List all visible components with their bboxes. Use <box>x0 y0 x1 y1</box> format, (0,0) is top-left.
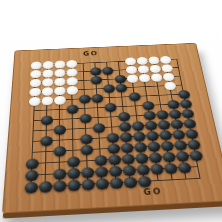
black-stone <box>163 162 177 173</box>
white-stone <box>149 64 161 72</box>
black-stone <box>177 90 190 99</box>
black-stone <box>132 131 145 141</box>
black-stone <box>94 155 107 166</box>
black-stone <box>67 156 80 167</box>
black-stone <box>66 104 78 114</box>
white-stone <box>66 86 78 95</box>
black-stone <box>181 109 194 119</box>
black-stone <box>123 176 137 188</box>
black-stone <box>137 175 151 187</box>
white-stone <box>54 60 65 68</box>
white-stone <box>29 87 41 96</box>
white-stone <box>148 56 160 64</box>
black-stone <box>188 150 202 161</box>
black-stone <box>177 162 192 173</box>
black-stone <box>94 166 107 177</box>
white-stone <box>161 64 173 72</box>
black-stone <box>104 102 116 111</box>
black-stone <box>107 143 120 154</box>
black-stone <box>53 180 66 192</box>
black-stone <box>155 110 168 120</box>
black-stone <box>103 84 115 93</box>
black-stone <box>119 132 132 142</box>
black-stone <box>25 158 38 169</box>
black-stone <box>24 181 38 193</box>
black-stone <box>108 165 122 176</box>
black-stone <box>173 140 187 151</box>
black-stone <box>114 74 126 83</box>
black-stone <box>117 111 130 121</box>
black-stone <box>53 125 65 135</box>
black-stone <box>179 99 192 108</box>
white-stone <box>54 95 66 104</box>
black-stone <box>143 110 156 120</box>
black-stone <box>115 83 127 92</box>
black-stone <box>118 121 131 131</box>
goban-grid <box>30 59 200 188</box>
white-stone <box>159 56 171 64</box>
white-stone <box>41 96 53 105</box>
black-stone <box>145 130 158 140</box>
black-stone <box>121 153 135 164</box>
black-stone <box>80 144 93 155</box>
black-stone <box>171 129 185 139</box>
black-stone <box>182 118 196 128</box>
black-stone <box>109 177 123 189</box>
black-stone <box>25 169 38 181</box>
black-stone <box>79 113 91 123</box>
white-stone <box>124 57 136 65</box>
black-stone <box>170 119 184 129</box>
black-stone <box>40 136 53 146</box>
black-stone <box>166 100 179 109</box>
white-stone <box>162 72 174 81</box>
black-stone <box>120 142 133 153</box>
black-stone <box>135 153 149 164</box>
white-stone <box>163 81 176 90</box>
black-stone <box>53 168 66 180</box>
white-stone <box>54 77 65 86</box>
black-stone <box>161 151 175 162</box>
black-stone <box>175 151 189 162</box>
white-stone <box>42 61 53 69</box>
black-stone <box>157 120 170 130</box>
black-stone <box>158 130 172 140</box>
black-stone <box>144 120 157 130</box>
black-stone <box>102 66 114 74</box>
black-stone <box>92 123 105 133</box>
white-stone <box>66 60 77 68</box>
black-stone <box>67 167 80 179</box>
black-stone <box>67 179 80 191</box>
white-stone <box>30 70 41 79</box>
black-stone <box>122 165 136 176</box>
black-stone <box>184 129 198 139</box>
black-stone <box>168 109 181 119</box>
black-stone <box>160 140 174 151</box>
black-stone <box>80 134 93 144</box>
black-stone <box>131 121 144 131</box>
black-stone <box>147 141 161 152</box>
black-stone <box>81 167 94 178</box>
white-stone <box>138 73 150 82</box>
white-stone <box>54 86 65 95</box>
white-stone <box>126 74 138 83</box>
white-stone <box>28 96 40 105</box>
black-stone <box>149 163 163 174</box>
black-stone <box>38 181 51 193</box>
black-stone <box>133 142 147 153</box>
white-stone <box>125 65 137 73</box>
black-stone <box>128 92 140 101</box>
black-stone <box>142 101 155 110</box>
photo-background: GO GO <box>0 0 222 222</box>
black-stone <box>107 154 120 165</box>
white-stone <box>54 68 65 76</box>
black-stone <box>81 178 94 190</box>
white-stone <box>136 57 148 65</box>
black-stone <box>136 164 150 175</box>
board-logo-bottom: GO <box>143 188 163 197</box>
white-stone <box>42 69 53 78</box>
black-stone <box>90 76 102 85</box>
black-stone <box>79 94 91 103</box>
white-stone <box>29 78 41 87</box>
board-logo-top: GO <box>83 51 99 57</box>
black-stone <box>106 132 119 142</box>
white-stone <box>66 77 77 86</box>
white-stone <box>30 61 41 69</box>
white-stone <box>137 65 149 73</box>
black-stone <box>40 115 52 125</box>
black-stone <box>90 67 101 75</box>
black-stone <box>53 146 66 157</box>
black-stone <box>95 178 109 190</box>
white-stone <box>42 78 53 87</box>
go-board: GO GO <box>2 43 222 214</box>
white-stone <box>66 68 77 76</box>
black-stone <box>91 94 103 103</box>
white-stone <box>150 73 162 82</box>
black-stone <box>186 139 200 150</box>
black-stone <box>148 152 162 163</box>
white-stone <box>41 87 53 96</box>
